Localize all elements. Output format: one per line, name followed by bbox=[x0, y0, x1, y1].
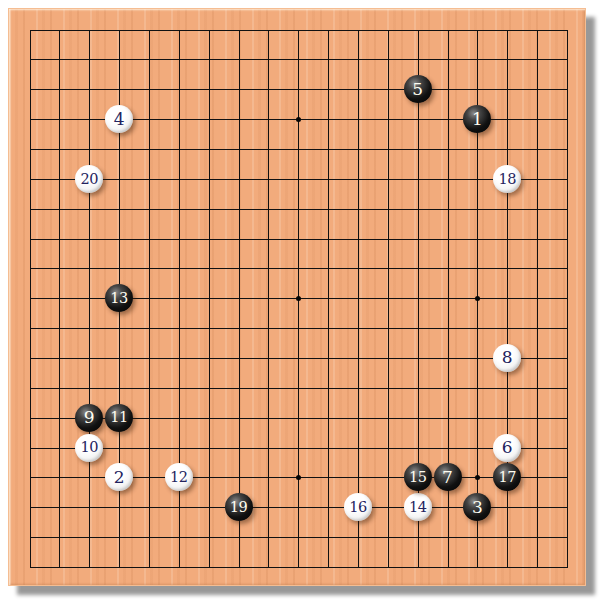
stone-white-D16[interactable]: 4 bbox=[105, 105, 133, 133]
move-number: 7 bbox=[442, 469, 453, 486]
move-number: 14 bbox=[409, 500, 426, 515]
stone-white-R8[interactable]: 8 bbox=[493, 344, 521, 372]
stone-black-R4[interactable]: 17 bbox=[493, 463, 521, 491]
move-number: 12 bbox=[170, 470, 187, 485]
grid-line-horizontal bbox=[30, 388, 568, 389]
grid-line-vertical bbox=[567, 30, 568, 568]
goban[interactable]: 1234567891011121314151617181920 bbox=[8, 8, 586, 586]
star-point bbox=[475, 296, 480, 301]
stone-black-D10[interactable]: 13 bbox=[105, 284, 133, 312]
stone-black-Q3[interactable]: 3 bbox=[463, 493, 491, 521]
stone-black-O17[interactable]: 5 bbox=[404, 75, 432, 103]
stone-white-R5[interactable]: 6 bbox=[493, 434, 521, 462]
stone-white-M3[interactable]: 16 bbox=[344, 493, 372, 521]
star-point bbox=[296, 296, 301, 301]
move-number: 3 bbox=[472, 499, 483, 516]
grid-line-horizontal bbox=[30, 328, 568, 329]
move-number: 15 bbox=[409, 470, 426, 485]
grid-line-vertical bbox=[388, 30, 389, 568]
star-point bbox=[296, 475, 301, 480]
move-number: 9 bbox=[84, 409, 95, 426]
move-number: 11 bbox=[110, 410, 127, 425]
move-number: 13 bbox=[110, 291, 127, 306]
go-diagram: 1234567891011121314151617181920 bbox=[0, 0, 600, 600]
stone-white-C5[interactable]: 10 bbox=[75, 434, 103, 462]
move-number: 4 bbox=[114, 111, 125, 128]
move-number: 6 bbox=[502, 439, 513, 456]
stone-white-F4[interactable]: 12 bbox=[165, 463, 193, 491]
stone-white-R14[interactable]: 18 bbox=[493, 165, 521, 193]
grid-line-vertical bbox=[358, 30, 359, 568]
stone-black-H3[interactable]: 19 bbox=[225, 493, 253, 521]
stone-white-C14[interactable]: 20 bbox=[75, 165, 103, 193]
grid-line-vertical bbox=[537, 30, 538, 568]
stone-black-C6[interactable]: 9 bbox=[75, 404, 103, 432]
stone-white-O3[interactable]: 14 bbox=[404, 493, 432, 521]
grid-line-horizontal bbox=[30, 448, 568, 449]
grid-line-vertical bbox=[328, 30, 329, 568]
move-number: 20 bbox=[80, 172, 97, 187]
move-number: 10 bbox=[80, 440, 97, 455]
stone-black-O4[interactable]: 15 bbox=[404, 463, 432, 491]
stone-black-D6[interactable]: 11 bbox=[105, 404, 133, 432]
move-number: 1 bbox=[472, 111, 483, 128]
move-number: 2 bbox=[114, 469, 125, 486]
grid-line-horizontal bbox=[30, 567, 568, 568]
stone-black-Q16[interactable]: 1 bbox=[463, 105, 491, 133]
move-number: 8 bbox=[502, 349, 513, 366]
move-number: 18 bbox=[499, 172, 516, 187]
grid-line-horizontal bbox=[30, 358, 568, 359]
stone-black-P4[interactable]: 7 bbox=[434, 463, 462, 491]
move-number: 19 bbox=[230, 500, 247, 515]
move-number: 5 bbox=[412, 81, 423, 98]
grid-line-horizontal bbox=[30, 537, 568, 538]
star-point bbox=[296, 117, 301, 122]
stone-white-D4[interactable]: 2 bbox=[105, 463, 133, 491]
move-number: 17 bbox=[499, 470, 516, 485]
move-number: 16 bbox=[349, 500, 366, 515]
star-point bbox=[475, 475, 480, 480]
